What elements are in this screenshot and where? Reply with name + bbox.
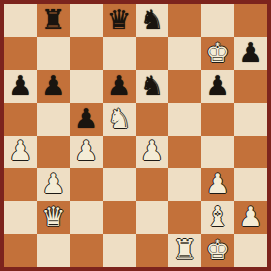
square-c8[interactable] <box>70 4 103 37</box>
square-g3[interactable]: ♟ <box>201 168 234 201</box>
square-d4[interactable] <box>103 136 136 169</box>
square-b4[interactable] <box>37 136 70 169</box>
square-g4[interactable] <box>201 136 234 169</box>
square-a5[interactable] <box>4 103 37 136</box>
white-knight: ♞ <box>107 105 131 132</box>
square-b1[interactable] <box>37 234 70 267</box>
square-e1[interactable] <box>136 234 169 267</box>
square-b3[interactable]: ♟ <box>37 168 70 201</box>
square-e8[interactable]: ♞ <box>136 4 169 37</box>
square-f1[interactable]: ♜ <box>168 234 201 267</box>
black-pawn: ♟ <box>206 72 230 99</box>
square-e3[interactable] <box>136 168 169 201</box>
square-a2[interactable] <box>4 201 37 234</box>
square-b5[interactable] <box>37 103 70 136</box>
square-b6[interactable]: ♟ <box>37 70 70 103</box>
square-d1[interactable] <box>103 234 136 267</box>
square-c7[interactable] <box>70 37 103 70</box>
square-c6[interactable] <box>70 70 103 103</box>
square-d6[interactable]: ♟ <box>103 70 136 103</box>
white-king: ♚ <box>206 39 230 66</box>
square-a3[interactable] <box>4 168 37 201</box>
square-h2[interactable]: ♟ <box>234 201 267 234</box>
black-rook: ♜ <box>41 6 65 33</box>
white-queen: ♛ <box>41 203 65 230</box>
square-a4[interactable]: ♟ <box>4 136 37 169</box>
white-pawn: ♟ <box>140 137 164 164</box>
board-frame: ♜♛♞♚♟♟♟♟♞♟♟♞♟♟♟♟♟♛♝♟♜♚ <box>0 0 271 271</box>
square-h4[interactable] <box>234 136 267 169</box>
white-bishop: ♝ <box>206 203 230 230</box>
square-d2[interactable] <box>103 201 136 234</box>
square-e5[interactable] <box>136 103 169 136</box>
square-g8[interactable] <box>201 4 234 37</box>
white-pawn: ♟ <box>74 137 98 164</box>
square-f7[interactable] <box>168 37 201 70</box>
black-knight: ♞ <box>140 72 164 99</box>
square-d8[interactable]: ♛ <box>103 4 136 37</box>
square-d5[interactable]: ♞ <box>103 103 136 136</box>
square-b2[interactable]: ♛ <box>37 201 70 234</box>
white-rook: ♜ <box>173 236 197 263</box>
square-e6[interactable]: ♞ <box>136 70 169 103</box>
square-h1[interactable] <box>234 234 267 267</box>
square-c1[interactable] <box>70 234 103 267</box>
white-pawn: ♟ <box>8 137 32 164</box>
square-f2[interactable] <box>168 201 201 234</box>
square-f4[interactable] <box>168 136 201 169</box>
square-b7[interactable] <box>37 37 70 70</box>
white-pawn: ♟ <box>238 203 262 230</box>
square-h7[interactable]: ♟ <box>234 37 267 70</box>
square-c3[interactable] <box>70 168 103 201</box>
black-pawn: ♟ <box>107 72 131 99</box>
square-g1[interactable]: ♚ <box>201 234 234 267</box>
square-h6[interactable] <box>234 70 267 103</box>
square-d3[interactable] <box>103 168 136 201</box>
square-f3[interactable] <box>168 168 201 201</box>
white-pawn: ♟ <box>206 170 230 197</box>
square-g6[interactable]: ♟ <box>201 70 234 103</box>
black-pawn: ♟ <box>8 72 32 99</box>
square-c5[interactable]: ♟ <box>70 103 103 136</box>
square-a7[interactable] <box>4 37 37 70</box>
square-b8[interactable]: ♜ <box>37 4 70 37</box>
square-d7[interactable] <box>103 37 136 70</box>
square-e2[interactable] <box>136 201 169 234</box>
square-a1[interactable] <box>4 234 37 267</box>
square-h5[interactable] <box>234 103 267 136</box>
black-pawn: ♟ <box>74 105 98 132</box>
square-a8[interactable] <box>4 4 37 37</box>
square-c4[interactable]: ♟ <box>70 136 103 169</box>
square-h8[interactable] <box>234 4 267 37</box>
square-e7[interactable] <box>136 37 169 70</box>
square-h3[interactable] <box>234 168 267 201</box>
white-pawn: ♟ <box>41 170 65 197</box>
square-g7[interactable]: ♚ <box>201 37 234 70</box>
square-f6[interactable] <box>168 70 201 103</box>
square-g2[interactable]: ♝ <box>201 201 234 234</box>
square-g5[interactable] <box>201 103 234 136</box>
black-knight: ♞ <box>140 6 164 33</box>
square-e4[interactable]: ♟ <box>136 136 169 169</box>
white-king: ♚ <box>206 236 230 263</box>
black-queen: ♛ <box>107 6 131 33</box>
black-pawn: ♟ <box>41 72 65 99</box>
chess-board: ♜♛♞♚♟♟♟♟♞♟♟♞♟♟♟♟♟♛♝♟♜♚ <box>4 4 267 267</box>
square-f8[interactable] <box>168 4 201 37</box>
black-pawn: ♟ <box>238 39 262 66</box>
square-a6[interactable]: ♟ <box>4 70 37 103</box>
square-f5[interactable] <box>168 103 201 136</box>
square-c2[interactable] <box>70 201 103 234</box>
